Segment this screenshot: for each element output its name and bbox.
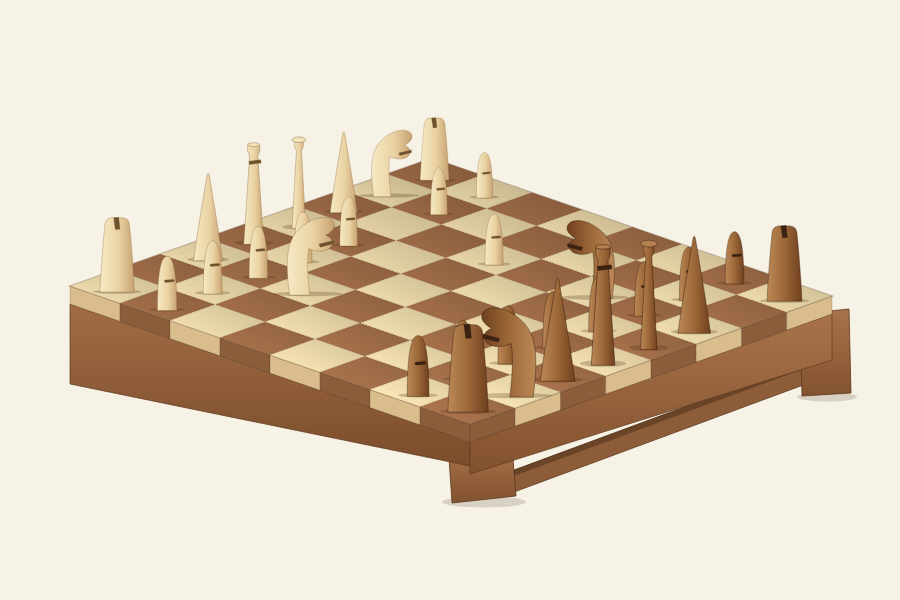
chess-set-photo bbox=[0, 0, 900, 600]
